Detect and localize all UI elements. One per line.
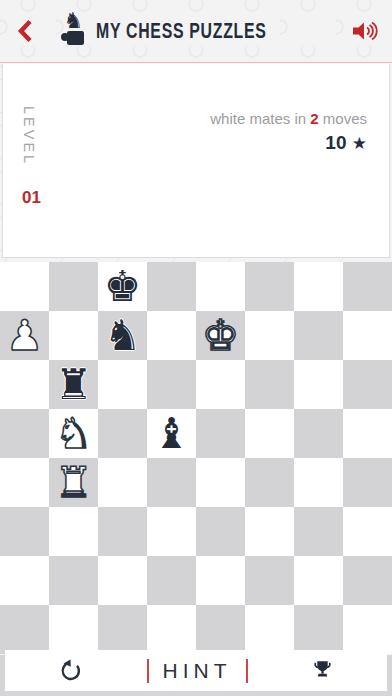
square-e3[interactable] [196, 507, 245, 556]
square-h2[interactable] [343, 556, 392, 605]
square-c4[interactable] [98, 458, 147, 507]
piece-white-R[interactable]: ♜ [55, 458, 93, 507]
square-g6[interactable] [294, 360, 343, 409]
square-g7[interactable] [294, 311, 343, 360]
piece-black-K[interactable]: ♚ [104, 262, 142, 311]
square-e8[interactable] [196, 262, 245, 311]
square-a1[interactable] [0, 605, 49, 654]
square-d4[interactable] [147, 458, 196, 507]
square-a5[interactable] [0, 409, 49, 458]
piece-black-B[interactable]: ♝ [153, 409, 191, 458]
square-g3[interactable] [294, 507, 343, 556]
square-g5[interactable] [294, 409, 343, 458]
square-g4[interactable] [294, 458, 343, 507]
square-g8[interactable] [294, 262, 343, 311]
reset-icon [57, 656, 84, 686]
square-a4[interactable] [0, 458, 49, 507]
square-f8[interactable] [245, 262, 294, 311]
square-h5[interactable] [343, 409, 392, 458]
moves-count: 2 [310, 110, 318, 127]
stars-line: 10 ★ [210, 132, 367, 154]
star-icon: ★ [352, 133, 367, 153]
square-a8[interactable] [0, 262, 49, 311]
square-d2[interactable] [147, 556, 196, 605]
piece-white-K[interactable]: ♚ [202, 311, 240, 360]
stars-count: 10 [325, 132, 346, 153]
square-f1[interactable] [245, 605, 294, 654]
square-a3[interactable] [0, 507, 49, 556]
objective-text: white mates in 2 moves [210, 110, 367, 127]
square-b5[interactable]: ♞ [49, 409, 98, 458]
objective-block: white mates in 2 moves 10 ★ [210, 110, 367, 154]
piece-white-N[interactable]: ♞ [55, 409, 93, 458]
level-number: 01 [22, 188, 41, 208]
page-title: MY CHESS PUZZLES [96, 18, 267, 44]
back-button[interactable] [14, 18, 40, 44]
square-d8[interactable] [147, 262, 196, 311]
square-f5[interactable] [245, 409, 294, 458]
square-h7[interactable] [343, 311, 392, 360]
piece-black-N[interactable]: ♞ [104, 311, 142, 360]
sound-button[interactable] [350, 18, 380, 44]
square-h8[interactable] [343, 262, 392, 311]
square-a6[interactable] [0, 360, 49, 409]
square-a7[interactable]: ♟ [0, 311, 49, 360]
bottom-bar: HINT [5, 650, 387, 691]
speaker-icon [350, 32, 380, 47]
square-g2[interactable] [294, 556, 343, 605]
square-e7[interactable]: ♚ [196, 311, 245, 360]
knight-puzzle-icon: ♞ [60, 14, 90, 48]
square-d1[interactable] [147, 605, 196, 654]
trophy-button[interactable] [310, 657, 335, 685]
back-chevron-icon [14, 32, 40, 47]
hint-label: HINT [163, 659, 232, 683]
square-c8[interactable]: ♚ [98, 262, 147, 311]
square-e5[interactable] [196, 409, 245, 458]
square-b1[interactable] [49, 605, 98, 654]
square-a2[interactable] [0, 556, 49, 605]
puzzle-info-card: LEVEL 01 white mates in 2 moves 10 ★ [2, 64, 390, 258]
square-f6[interactable] [245, 360, 294, 409]
reset-button[interactable] [57, 656, 84, 686]
square-c5[interactable] [98, 409, 147, 458]
square-h4[interactable] [343, 458, 392, 507]
square-b3[interactable] [49, 507, 98, 556]
square-c1[interactable] [98, 605, 147, 654]
square-f2[interactable] [245, 556, 294, 605]
square-h6[interactable] [343, 360, 392, 409]
square-c7[interactable]: ♞ [98, 311, 147, 360]
square-c6[interactable] [98, 360, 147, 409]
trophy-icon [310, 657, 335, 685]
square-f4[interactable] [245, 458, 294, 507]
app-logo-title: ♞ MY CHESS PUZZLES [60, 14, 333, 48]
piece-white-P[interactable]: ♟ [6, 311, 44, 360]
square-b2[interactable] [49, 556, 98, 605]
square-h3[interactable] [343, 507, 392, 556]
square-d7[interactable] [147, 311, 196, 360]
square-e2[interactable] [196, 556, 245, 605]
square-b7[interactable] [49, 311, 98, 360]
square-e1[interactable] [196, 605, 245, 654]
square-e6[interactable] [196, 360, 245, 409]
square-b4[interactable]: ♜ [49, 458, 98, 507]
hint-button[interactable]: HINT [141, 658, 254, 684]
square-c2[interactable] [98, 556, 147, 605]
square-h1[interactable] [343, 605, 392, 654]
header: ♞ MY CHESS PUZZLES [0, 0, 392, 63]
square-b8[interactable] [49, 262, 98, 311]
square-c3[interactable] [98, 507, 147, 556]
square-d5[interactable]: ♝ [147, 409, 196, 458]
level-label: LEVEL [21, 106, 37, 166]
square-f3[interactable] [245, 507, 294, 556]
square-e4[interactable] [196, 458, 245, 507]
square-f7[interactable] [245, 311, 294, 360]
square-b6[interactable]: ♜ [49, 360, 98, 409]
square-g1[interactable] [294, 605, 343, 654]
hint-separator-right [246, 659, 248, 683]
chess-board: ♚♟♞♚♜♞♝♜ [0, 262, 392, 654]
piece-black-R[interactable]: ♜ [55, 360, 93, 409]
square-d6[interactable] [147, 360, 196, 409]
square-d3[interactable] [147, 507, 196, 556]
hint-separator-left [147, 659, 149, 683]
